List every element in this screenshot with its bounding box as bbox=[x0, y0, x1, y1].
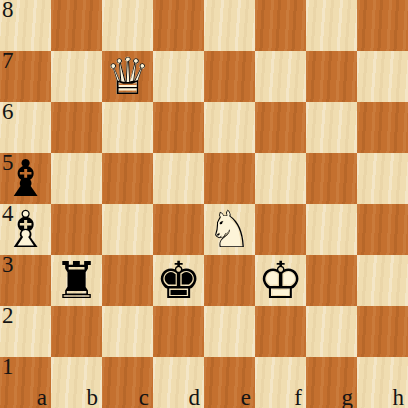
square-a6[interactable]: 6 bbox=[0, 102, 51, 153]
square-c4[interactable] bbox=[102, 204, 153, 255]
square-h5[interactable] bbox=[357, 153, 408, 204]
square-d2[interactable] bbox=[153, 306, 204, 357]
piece-black-king-d3[interactable]: ♚ bbox=[153, 255, 204, 306]
black-rook-glyph: ♜ bbox=[51, 255, 102, 306]
rank-label-7: 7 bbox=[2, 49, 14, 72]
square-a8[interactable]: 8 bbox=[0, 0, 51, 51]
square-b5[interactable] bbox=[51, 153, 102, 204]
file-label-d: d bbox=[189, 386, 201, 408]
white-knight-glyph: ♘ bbox=[204, 204, 255, 255]
square-g8[interactable] bbox=[306, 0, 357, 51]
square-e1[interactable]: e bbox=[204, 357, 255, 408]
square-a5[interactable]: 5♝ bbox=[0, 153, 51, 204]
file-label-c: c bbox=[139, 386, 149, 408]
square-g6[interactable] bbox=[306, 102, 357, 153]
square-b2[interactable] bbox=[51, 306, 102, 357]
rank-label-8: 8 bbox=[2, 0, 14, 21]
chess-board: 87♛♕65♝4♝♗♞♘3♜♚♚♔21abcdefgh bbox=[0, 0, 408, 408]
square-e4[interactable]: ♞♘ bbox=[204, 204, 255, 255]
square-h6[interactable] bbox=[357, 102, 408, 153]
square-e7[interactable] bbox=[204, 51, 255, 102]
square-c7[interactable]: ♛♕ bbox=[102, 51, 153, 102]
file-label-b: b bbox=[87, 386, 99, 408]
black-king-glyph: ♚ bbox=[153, 255, 204, 306]
square-g4[interactable] bbox=[306, 204, 357, 255]
square-g7[interactable] bbox=[306, 51, 357, 102]
square-a2[interactable]: 2 bbox=[0, 306, 51, 357]
square-f5[interactable] bbox=[255, 153, 306, 204]
white-king-glyph: ♔ bbox=[255, 255, 306, 306]
square-h3[interactable] bbox=[357, 255, 408, 306]
piece-white-queen-c7[interactable]: ♛♕ bbox=[102, 51, 153, 102]
square-d3[interactable]: ♚ bbox=[153, 255, 204, 306]
square-h8[interactable] bbox=[357, 0, 408, 51]
square-g3[interactable] bbox=[306, 255, 357, 306]
square-d7[interactable] bbox=[153, 51, 204, 102]
square-c2[interactable] bbox=[102, 306, 153, 357]
square-a7[interactable]: 7 bbox=[0, 51, 51, 102]
square-b6[interactable] bbox=[51, 102, 102, 153]
square-c5[interactable] bbox=[102, 153, 153, 204]
square-e5[interactable] bbox=[204, 153, 255, 204]
square-a1[interactable]: 1a bbox=[0, 357, 51, 408]
black-bishop-glyph: ♝ bbox=[0, 153, 51, 204]
square-a3[interactable]: 3 bbox=[0, 255, 51, 306]
square-c3[interactable] bbox=[102, 255, 153, 306]
white-bishop-glyph: ♗ bbox=[0, 204, 51, 255]
square-f6[interactable] bbox=[255, 102, 306, 153]
square-f4[interactable] bbox=[255, 204, 306, 255]
file-label-e: e bbox=[241, 386, 251, 408]
square-b4[interactable] bbox=[51, 204, 102, 255]
square-f8[interactable] bbox=[255, 0, 306, 51]
piece-white-bishop-a4[interactable]: ♝♗ bbox=[0, 204, 51, 255]
square-h4[interactable] bbox=[357, 204, 408, 255]
piece-white-king-f3[interactable]: ♚♔ bbox=[255, 255, 306, 306]
file-label-f: f bbox=[294, 386, 302, 408]
square-h7[interactable] bbox=[357, 51, 408, 102]
square-g1[interactable]: g bbox=[306, 357, 357, 408]
rank-label-1: 1 bbox=[2, 355, 14, 378]
piece-black-rook-b3[interactable]: ♜ bbox=[51, 255, 102, 306]
square-d5[interactable] bbox=[153, 153, 204, 204]
file-label-h: h bbox=[393, 386, 405, 408]
square-e6[interactable] bbox=[204, 102, 255, 153]
square-h1[interactable]: h bbox=[357, 357, 408, 408]
square-h2[interactable] bbox=[357, 306, 408, 357]
square-d1[interactable]: d bbox=[153, 357, 204, 408]
square-a4[interactable]: 4♝♗ bbox=[0, 204, 51, 255]
square-c6[interactable] bbox=[102, 102, 153, 153]
square-f3[interactable]: ♚♔ bbox=[255, 255, 306, 306]
square-e2[interactable] bbox=[204, 306, 255, 357]
piece-black-bishop-a5[interactable]: ♝ bbox=[0, 153, 51, 204]
square-d8[interactable] bbox=[153, 0, 204, 51]
file-label-a: a bbox=[37, 386, 47, 408]
square-b8[interactable] bbox=[51, 0, 102, 51]
rank-label-3: 3 bbox=[2, 253, 14, 276]
square-e3[interactable] bbox=[204, 255, 255, 306]
square-b3[interactable]: ♜ bbox=[51, 255, 102, 306]
square-f2[interactable] bbox=[255, 306, 306, 357]
piece-white-knight-e4[interactable]: ♞♘ bbox=[204, 204, 255, 255]
square-d6[interactable] bbox=[153, 102, 204, 153]
square-b1[interactable]: b bbox=[51, 357, 102, 408]
square-c1[interactable]: c bbox=[102, 357, 153, 408]
square-e8[interactable] bbox=[204, 0, 255, 51]
rank-label-2: 2 bbox=[2, 304, 14, 327]
square-f7[interactable] bbox=[255, 51, 306, 102]
rank-label-6: 6 bbox=[2, 100, 14, 123]
square-d4[interactable] bbox=[153, 204, 204, 255]
white-queen-glyph: ♕ bbox=[102, 51, 153, 102]
square-g5[interactable] bbox=[306, 153, 357, 204]
square-g2[interactable] bbox=[306, 306, 357, 357]
square-f1[interactable]: f bbox=[255, 357, 306, 408]
file-label-g: g bbox=[342, 386, 354, 408]
square-b7[interactable] bbox=[51, 51, 102, 102]
square-c8[interactable] bbox=[102, 0, 153, 51]
